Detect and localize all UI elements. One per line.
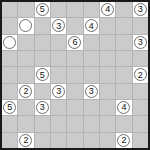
cell-r1c6[interactable] [84,2,99,17]
cell-r3c9[interactable]: 3 [133,35,148,50]
cell-r7c8[interactable]: 4 [116,100,131,115]
cell-r5c7[interactable] [100,67,115,82]
number-circle-clue: 3 [36,101,49,114]
cell-r7c1[interactable]: 5 [2,100,17,115]
cell-r3c1[interactable] [2,35,17,50]
cell-r9c5[interactable] [67,133,82,148]
cell-r5c8[interactable] [116,67,131,82]
cell-r2c7[interactable] [100,18,115,33]
cell-r1c7[interactable]: 4 [100,2,115,17]
cell-r9c1[interactable] [2,133,17,148]
cell-r8c8[interactable] [116,116,131,131]
cell-r2c5[interactable] [67,18,82,33]
cell-r5c6[interactable] [84,67,99,82]
empty-circle-clue [3,36,16,49]
cell-r5c2[interactable] [18,67,33,82]
number-circle-clue: 3 [52,19,65,32]
cell-r9c6[interactable] [84,133,99,148]
cell-r4c1[interactable] [2,51,17,66]
cell-r1c2[interactable] [18,2,33,17]
cell-r6c1[interactable] [2,84,17,99]
cell-r5c5[interactable] [67,67,82,82]
cell-r7c6[interactable] [84,100,99,115]
cell-r1c3[interactable]: 5 [35,2,50,17]
cell-r1c9[interactable]: 3 [133,2,148,17]
cell-r5c1[interactable] [2,67,17,82]
cell-r8c3[interactable] [35,116,50,131]
cell-r1c1[interactable] [2,2,17,17]
cell-r7c5[interactable] [67,100,82,115]
cell-r6c2[interactable]: 2 [18,84,33,99]
number-circle-clue: 2 [134,68,147,81]
cell-r7c7[interactable] [100,100,115,115]
cell-r8c4[interactable] [51,116,66,131]
cell-r8c7[interactable] [100,116,115,131]
number-circle-clue: 5 [3,101,16,114]
cell-r8c6[interactable] [84,116,99,131]
cell-r9c9[interactable] [133,133,148,148]
cell-r8c9[interactable] [133,116,148,131]
cell-r4c9[interactable] [133,51,148,66]
empty-circle-clue [19,19,32,32]
number-circle-clue: 3 [85,85,98,98]
cell-r6c5[interactable] [67,84,82,99]
cell-r3c5[interactable]: 6 [67,35,82,50]
cell-r3c2[interactable] [18,35,33,50]
cell-r1c5[interactable] [67,2,82,17]
cell-r2c4[interactable]: 3 [51,18,66,33]
cell-r8c2[interactable] [18,116,33,131]
cell-r2c1[interactable] [2,18,17,33]
cell-r2c8[interactable] [116,18,131,33]
cell-r9c7[interactable] [100,133,115,148]
cell-r2c6[interactable]: 4 [84,18,99,33]
cell-r6c4[interactable]: 3 [51,84,66,99]
cell-r3c3[interactable] [35,35,50,50]
cell-r7c2[interactable] [18,100,33,115]
cell-r6c7[interactable] [100,84,115,99]
cell-r7c4[interactable] [51,100,66,115]
cell-r9c2[interactable]: 2 [18,133,33,148]
number-circle-clue: 3 [134,3,147,16]
puzzle-board: 54334635223353422 [0,0,150,150]
cell-r4c2[interactable] [18,51,33,66]
number-circle-clue: 4 [117,101,130,114]
cell-r4c3[interactable] [35,51,50,66]
cell-r9c8[interactable]: 2 [116,133,131,148]
cell-r3c6[interactable] [84,35,99,50]
cell-r4c4[interactable] [51,51,66,66]
cell-r9c4[interactable] [51,133,66,148]
cell-r4c6[interactable] [84,51,99,66]
cell-r2c9[interactable] [133,18,148,33]
cell-r9c3[interactable] [35,133,50,148]
cell-r3c7[interactable] [100,35,115,50]
number-circle-clue: 3 [134,36,147,49]
number-circle-clue: 3 [52,85,65,98]
number-circle-clue: 5 [36,68,49,81]
cell-r6c9[interactable] [133,84,148,99]
cell-r1c8[interactable] [116,2,131,17]
number-circle-clue: 2 [19,85,32,98]
number-circle-clue: 4 [85,19,98,32]
cell-r5c4[interactable] [51,67,66,82]
number-circle-clue: 2 [117,134,130,147]
cell-r3c8[interactable] [116,35,131,50]
cell-r8c5[interactable] [67,116,82,131]
cell-r5c9[interactable]: 2 [133,67,148,82]
cell-r6c8[interactable] [116,84,131,99]
cell-r6c3[interactable] [35,84,50,99]
cell-r4c7[interactable] [100,51,115,66]
number-circle-clue: 6 [68,36,81,49]
cell-r2c3[interactable] [35,18,50,33]
number-circle-clue: 5 [36,3,49,16]
cell-r2c2[interactable] [18,18,33,33]
cell-r3c4[interactable] [51,35,66,50]
cell-r1c4[interactable] [51,2,66,17]
cell-r7c3[interactable]: 3 [35,100,50,115]
cell-r4c8[interactable] [116,51,131,66]
cell-r7c9[interactable] [133,100,148,115]
number-circle-clue: 2 [19,134,32,147]
cell-r6c6[interactable]: 3 [84,84,99,99]
number-circle-clue: 4 [101,3,114,16]
cell-r8c1[interactable] [2,116,17,131]
cell-r5c3[interactable]: 5 [35,67,50,82]
cell-r4c5[interactable] [67,51,82,66]
